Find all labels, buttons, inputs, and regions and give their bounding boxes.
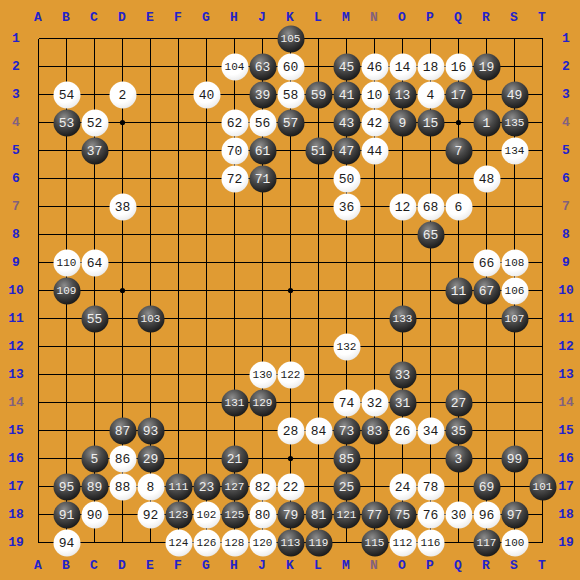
coord-label-top-K: K: [286, 11, 294, 24]
stone-black-J6: 71: [249, 165, 276, 192]
stone-black-M18: 121: [333, 501, 360, 528]
move-number: 100: [505, 537, 525, 548]
stone-black-K19: 113: [277, 529, 304, 556]
move-number: 57: [283, 116, 299, 129]
coord-label-left-13: 13: [8, 368, 24, 381]
stone-black-O13: 33: [389, 361, 416, 388]
stone-black-M16: 85: [333, 445, 360, 472]
move-number: 40: [199, 88, 215, 101]
coord-label-right-1: 1: [562, 32, 570, 45]
stone-black-O14: 31: [389, 389, 416, 416]
coord-label-top-E: E: [146, 11, 154, 24]
stone-white-K15: 28: [277, 417, 304, 444]
move-number: 32: [367, 396, 383, 409]
move-number: 125: [225, 509, 245, 520]
stone-white-N5: 44: [361, 137, 388, 164]
move-number: 129: [253, 397, 273, 408]
stone-black-K1: 105: [277, 25, 304, 52]
stone-black-P4: 15: [417, 109, 444, 136]
coord-label-bottom-F: F: [174, 559, 182, 572]
stone-white-P18: 76: [417, 501, 444, 528]
stone-black-R17: 69: [473, 473, 500, 500]
coord-label-left-5: 5: [12, 144, 20, 157]
coord-label-right-11: 11: [558, 312, 574, 325]
move-number: 58: [283, 88, 299, 101]
move-number: 47: [339, 144, 355, 157]
stone-white-K13: 122: [277, 361, 304, 388]
stone-black-C16: 5: [81, 445, 108, 472]
stone-black-S11: 107: [501, 305, 528, 332]
move-number: 39: [255, 88, 271, 101]
move-number: 66: [479, 256, 495, 269]
move-number: 91: [59, 508, 75, 521]
stone-white-F19: 124: [165, 529, 192, 556]
coord-label-bottom-L: L: [314, 559, 322, 572]
move-number: 11: [451, 284, 467, 297]
coord-label-right-6: 6: [562, 172, 570, 185]
coord-label-bottom-N: N: [370, 559, 378, 572]
move-number: 67: [479, 284, 495, 297]
move-number: 5: [91, 452, 99, 465]
stone-white-D3: 2: [109, 81, 136, 108]
stone-white-H19: 128: [221, 529, 248, 556]
move-number: 133: [393, 313, 413, 324]
coord-label-bottom-M: M: [342, 559, 350, 572]
stone-black-H18: 125: [221, 501, 248, 528]
stone-black-K4: 57: [277, 109, 304, 136]
star-point: [288, 456, 293, 461]
move-number: 87: [115, 424, 131, 437]
coord-label-right-14: 14: [558, 396, 574, 409]
coord-label-top-F: F: [174, 11, 182, 24]
stone-white-R18: 96: [473, 501, 500, 528]
stone-black-F18: 123: [165, 501, 192, 528]
move-number: 42: [367, 116, 383, 129]
stone-white-P7: 68: [417, 193, 444, 220]
coord-label-bottom-P: P: [426, 559, 434, 572]
coord-label-top-B: B: [62, 11, 70, 24]
stone-white-B3: 54: [53, 81, 80, 108]
stone-white-B19: 94: [53, 529, 80, 556]
stone-black-M4: 43: [333, 109, 360, 136]
stone-black-N15: 83: [361, 417, 388, 444]
move-number: 97: [507, 508, 523, 521]
stone-white-S19: 100: [501, 529, 528, 556]
stone-black-G17: 23: [193, 473, 220, 500]
move-number: 30: [451, 508, 467, 521]
move-number: 17: [451, 88, 467, 101]
stone-white-O19: 112: [389, 529, 416, 556]
move-number: 102: [197, 509, 217, 520]
move-number: 86: [115, 452, 131, 465]
move-number: 131: [225, 397, 245, 408]
coord-label-bottom-T: T: [538, 559, 546, 572]
coord-label-right-12: 12: [558, 340, 574, 353]
stone-black-H14: 131: [221, 389, 248, 416]
move-number: 16: [451, 60, 467, 73]
move-number: 24: [395, 480, 411, 493]
move-number: 92: [143, 508, 159, 521]
move-number: 84: [311, 424, 327, 437]
move-number: 110: [57, 257, 77, 268]
move-number: 64: [87, 256, 103, 269]
stone-white-O17: 24: [389, 473, 416, 500]
coord-label-left-1: 1: [12, 32, 20, 45]
stone-white-O15: 26: [389, 417, 416, 444]
stone-black-B4: 53: [53, 109, 80, 136]
star-point: [288, 288, 293, 293]
stone-white-N4: 42: [361, 109, 388, 136]
move-number: 112: [393, 537, 413, 548]
coord-label-left-2: 2: [12, 60, 20, 73]
coord-label-left-17: 17: [8, 480, 24, 493]
move-number: 59: [311, 88, 327, 101]
stone-white-C18: 90: [81, 501, 108, 528]
move-number: 94: [59, 536, 75, 549]
coord-label-bottom-B: B: [62, 559, 70, 572]
coord-label-top-Q: Q: [454, 11, 462, 24]
move-number: 10: [367, 88, 383, 101]
stone-black-C17: 89: [81, 473, 108, 500]
stone-black-B18: 91: [53, 501, 80, 528]
move-number: 122: [281, 369, 301, 380]
coord-label-left-10: 10: [8, 284, 24, 297]
move-number: 68: [423, 200, 439, 213]
coord-label-right-9: 9: [562, 256, 570, 269]
coord-label-left-14: 14: [8, 396, 24, 409]
stone-white-D17: 88: [109, 473, 136, 500]
move-number: 106: [505, 285, 525, 296]
move-number: 79: [283, 508, 299, 521]
stone-white-N2: 46: [361, 53, 388, 80]
move-number: 71: [255, 172, 271, 185]
move-number: 43: [339, 116, 355, 129]
move-number: 46: [367, 60, 383, 73]
stone-black-O11: 133: [389, 305, 416, 332]
coord-label-top-T: T: [538, 11, 546, 24]
stone-black-S4: 135: [501, 109, 528, 136]
move-number: 116: [421, 537, 441, 548]
move-number: 65: [423, 228, 439, 241]
stone-black-O4: 9: [389, 109, 416, 136]
coord-label-right-18: 18: [558, 508, 574, 521]
coord-label-bottom-R: R: [482, 559, 490, 572]
coord-label-top-M: M: [342, 11, 350, 24]
move-number: 134: [505, 145, 525, 156]
stone-black-E11: 103: [137, 305, 164, 332]
move-number: 61: [255, 144, 271, 157]
coord-label-left-18: 18: [8, 508, 24, 521]
stone-white-N3: 10: [361, 81, 388, 108]
stone-black-R2: 19: [473, 53, 500, 80]
coord-label-right-5: 5: [562, 144, 570, 157]
coord-label-top-P: P: [426, 11, 434, 24]
move-number: 4: [427, 88, 435, 101]
move-number: 76: [423, 508, 439, 521]
stone-white-J19: 120: [249, 529, 276, 556]
coord-label-bottom-D: D: [118, 559, 126, 572]
coord-label-right-8: 8: [562, 228, 570, 241]
stone-black-K18: 79: [277, 501, 304, 528]
move-number: 69: [479, 480, 495, 493]
move-number: 101: [533, 481, 553, 492]
coord-label-bottom-C: C: [90, 559, 98, 572]
move-number: 25: [339, 480, 355, 493]
move-number: 109: [57, 285, 77, 296]
move-number: 126: [197, 537, 217, 548]
coord-label-bottom-S: S: [510, 559, 518, 572]
stone-white-G19: 126: [193, 529, 220, 556]
move-number: 3: [455, 452, 463, 465]
stone-black-Q5: 7: [445, 137, 472, 164]
stone-black-P8: 65: [417, 221, 444, 248]
move-number: 9: [399, 116, 407, 129]
move-number: 29: [143, 452, 159, 465]
coord-label-left-7: 7: [12, 200, 20, 213]
move-number: 1: [483, 116, 491, 129]
move-number: 31: [395, 396, 411, 409]
move-number: 75: [395, 508, 411, 521]
coord-label-top-H: H: [230, 11, 238, 24]
coord-label-bottom-H: H: [230, 559, 238, 572]
coord-label-left-12: 12: [8, 340, 24, 353]
move-number: 54: [59, 88, 75, 101]
move-number: 56: [255, 116, 271, 129]
stone-black-L19: 119: [305, 529, 332, 556]
stone-white-J13: 130: [249, 361, 276, 388]
move-number: 37: [87, 144, 103, 157]
move-number: 121: [337, 509, 357, 520]
stone-white-S9: 108: [501, 249, 528, 276]
move-number: 132: [337, 341, 357, 352]
move-number: 44: [367, 144, 383, 157]
stone-black-N19: 115: [361, 529, 388, 556]
coord-label-right-17: 17: [558, 480, 574, 493]
move-number: 80: [255, 508, 271, 521]
move-number: 50: [339, 172, 355, 185]
stone-black-F17: 111: [165, 473, 192, 500]
coord-label-left-11: 11: [8, 312, 24, 325]
stone-white-S5: 134: [501, 137, 528, 164]
move-number: 72: [227, 172, 243, 185]
move-number: 34: [423, 424, 439, 437]
stone-black-T17: 101: [529, 473, 556, 500]
stone-white-L15: 84: [305, 417, 332, 444]
move-number: 13: [395, 88, 411, 101]
stone-black-L5: 51: [305, 137, 332, 164]
move-number: 51: [311, 144, 327, 157]
stone-black-R19: 117: [473, 529, 500, 556]
stone-white-H5: 70: [221, 137, 248, 164]
move-number: 55: [87, 312, 103, 325]
move-number: 117: [477, 537, 497, 548]
stone-white-G3: 40: [193, 81, 220, 108]
coord-label-top-J: J: [258, 11, 266, 24]
move-number: 96: [479, 508, 495, 521]
stone-black-E16: 29: [137, 445, 164, 472]
move-number: 89: [87, 480, 103, 493]
stone-black-L18: 81: [305, 501, 332, 528]
move-number: 111: [169, 481, 189, 492]
stone-white-P19: 116: [417, 529, 444, 556]
move-number: 120: [253, 537, 273, 548]
stone-white-H4: 62: [221, 109, 248, 136]
stone-black-J5: 61: [249, 137, 276, 164]
stone-black-E15: 93: [137, 417, 164, 444]
stone-black-Q10: 11: [445, 277, 472, 304]
stone-black-S18: 97: [501, 501, 528, 528]
coord-label-top-D: D: [118, 11, 126, 24]
move-number: 49: [507, 88, 523, 101]
stone-white-E18: 92: [137, 501, 164, 528]
move-number: 27: [451, 396, 467, 409]
stone-white-K17: 22: [277, 473, 304, 500]
move-number: 19: [479, 60, 495, 73]
move-number: 36: [339, 200, 355, 213]
stone-white-M6: 50: [333, 165, 360, 192]
move-number: 7: [455, 144, 463, 157]
move-number: 73: [339, 424, 355, 437]
coord-label-right-15: 15: [558, 424, 574, 437]
stone-white-Q2: 16: [445, 53, 472, 80]
move-number: 28: [283, 424, 299, 437]
coord-label-top-S: S: [510, 11, 518, 24]
coord-label-left-16: 16: [8, 452, 24, 465]
stone-black-B10: 109: [53, 277, 80, 304]
stone-black-H16: 21: [221, 445, 248, 472]
move-number: 60: [283, 60, 299, 73]
move-number: 105: [281, 33, 301, 44]
stone-white-C9: 64: [81, 249, 108, 276]
move-number: 18: [423, 60, 439, 73]
stone-black-J3: 39: [249, 81, 276, 108]
move-number: 63: [255, 60, 271, 73]
stone-white-J4: 56: [249, 109, 276, 136]
stone-black-O18: 75: [389, 501, 416, 528]
move-number: 78: [423, 480, 439, 493]
coord-label-bottom-Q: Q: [454, 559, 462, 572]
move-number: 21: [227, 452, 243, 465]
coord-label-right-13: 13: [558, 368, 574, 381]
move-number: 119: [309, 537, 329, 548]
stone-white-M14: 74: [333, 389, 360, 416]
move-number: 135: [505, 117, 525, 128]
coord-label-right-4: 4: [562, 116, 570, 129]
star-point: [456, 120, 461, 125]
stone-black-L3: 59: [305, 81, 332, 108]
move-number: 113: [281, 537, 301, 548]
move-number: 115: [365, 537, 385, 548]
coord-label-right-19: 19: [558, 536, 574, 549]
stone-black-C11: 55: [81, 305, 108, 332]
coord-label-left-3: 3: [12, 88, 20, 101]
coord-label-left-15: 15: [8, 424, 24, 437]
move-number: 41: [339, 88, 355, 101]
stone-white-P2: 18: [417, 53, 444, 80]
stone-black-M3: 41: [333, 81, 360, 108]
coord-label-bottom-G: G: [202, 559, 210, 572]
move-number: 88: [115, 480, 131, 493]
go-board-diagram: AABBCCDDEEFFGGHHJJKKLLMMNNOOPPQQRRSSTT11…: [0, 0, 580, 580]
move-number: 127: [225, 481, 245, 492]
stone-black-Q15: 35: [445, 417, 472, 444]
move-number: 93: [143, 424, 159, 437]
move-number: 23: [199, 480, 215, 493]
stone-white-J18: 80: [249, 501, 276, 528]
stone-black-H17: 127: [221, 473, 248, 500]
move-number: 22: [283, 480, 299, 493]
coord-label-top-A: A: [34, 11, 42, 24]
stone-white-J17: 82: [249, 473, 276, 500]
coord-label-bottom-K: K: [286, 559, 294, 572]
stone-white-D16: 86: [109, 445, 136, 472]
coord-label-right-7: 7: [562, 200, 570, 213]
coord-label-right-2: 2: [562, 60, 570, 73]
stone-white-D7: 38: [109, 193, 136, 220]
coord-label-top-G: G: [202, 11, 210, 24]
move-number: 35: [451, 424, 467, 437]
stone-white-E17: 8: [137, 473, 164, 500]
move-number: 83: [367, 424, 383, 437]
move-number: 6: [455, 200, 463, 213]
stone-black-B17: 95: [53, 473, 80, 500]
stone-white-O2: 14: [389, 53, 416, 80]
move-number: 77: [367, 508, 383, 521]
coord-label-right-3: 3: [562, 88, 570, 101]
move-number: 14: [395, 60, 411, 73]
stone-white-H2: 104: [221, 53, 248, 80]
stone-white-Q18: 30: [445, 501, 472, 528]
star-point: [120, 120, 125, 125]
move-number: 62: [227, 116, 243, 129]
move-number: 38: [115, 200, 131, 213]
stone-black-Q3: 17: [445, 81, 472, 108]
stone-black-R10: 67: [473, 277, 500, 304]
stone-black-M15: 73: [333, 417, 360, 444]
coord-label-right-16: 16: [558, 452, 574, 465]
stone-black-D15: 87: [109, 417, 136, 444]
stone-black-J14: 129: [249, 389, 276, 416]
move-number: 12: [395, 200, 411, 213]
stone-white-C4: 52: [81, 109, 108, 136]
coord-label-left-9: 9: [12, 256, 20, 269]
coord-label-top-N: N: [370, 11, 378, 24]
coord-label-top-O: O: [398, 11, 406, 24]
stone-white-G18: 102: [193, 501, 220, 528]
move-number: 90: [87, 508, 103, 521]
move-number: 81: [311, 508, 327, 521]
stone-white-B9: 110: [53, 249, 80, 276]
move-number: 128: [225, 537, 245, 548]
move-number: 95: [59, 480, 75, 493]
star-point: [120, 288, 125, 293]
stone-white-S10: 106: [501, 277, 528, 304]
move-number: 107: [505, 313, 525, 324]
move-number: 99: [507, 452, 523, 465]
stone-white-H6: 72: [221, 165, 248, 192]
stone-black-M5: 47: [333, 137, 360, 164]
coord-label-bottom-E: E: [146, 559, 154, 572]
move-number: 82: [255, 480, 271, 493]
move-number: 124: [169, 537, 189, 548]
stone-black-J2: 63: [249, 53, 276, 80]
coord-label-top-R: R: [482, 11, 490, 24]
stone-white-M7: 36: [333, 193, 360, 220]
stone-white-P15: 34: [417, 417, 444, 444]
stone-black-N18: 77: [361, 501, 388, 528]
stone-white-M12: 132: [333, 333, 360, 360]
move-number: 33: [395, 368, 411, 381]
